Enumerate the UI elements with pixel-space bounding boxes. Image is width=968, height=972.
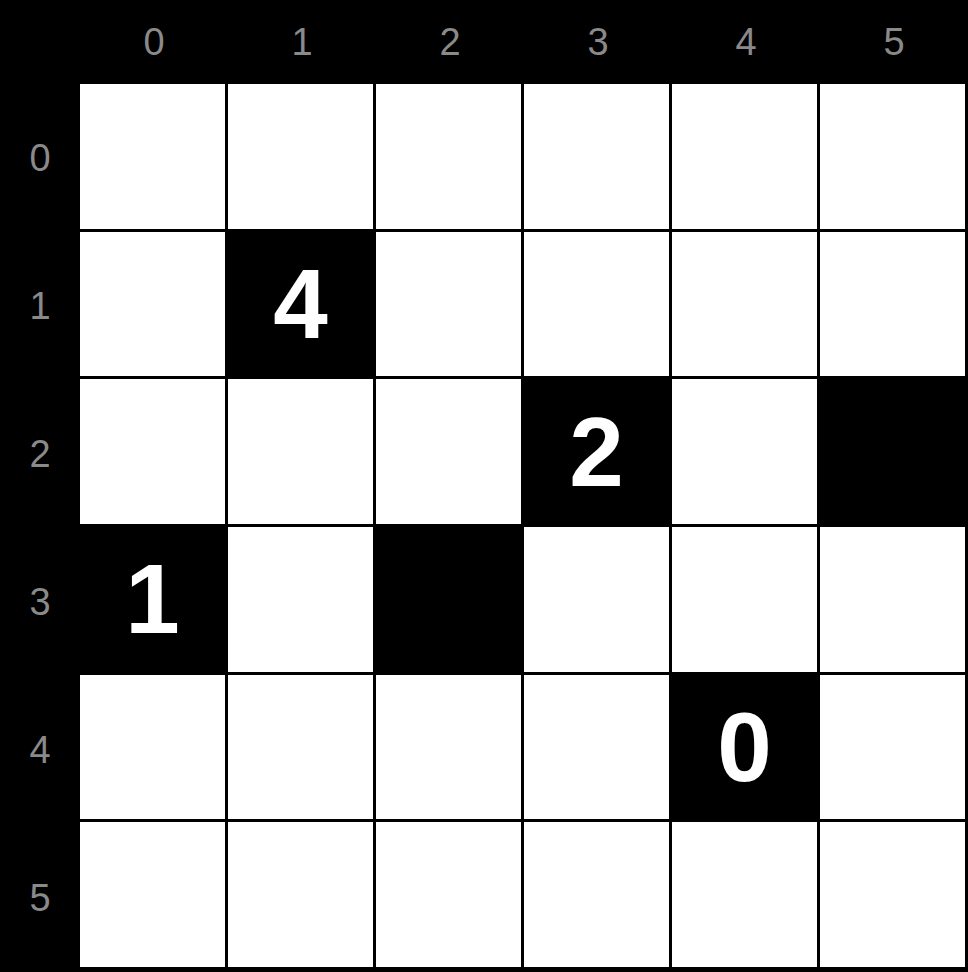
empty-cell[interactable]	[820, 822, 965, 967]
empty-cell[interactable]	[376, 675, 521, 820]
wall-cell-numbered: 2	[524, 379, 669, 524]
empty-cell[interactable]	[376, 84, 521, 229]
row-label-5: 5	[0, 824, 80, 972]
empty-cell[interactable]	[672, 527, 817, 672]
empty-cell[interactable]	[524, 675, 669, 820]
wall-number: 1	[125, 550, 180, 648]
empty-cell[interactable]	[228, 822, 373, 967]
row-label-3: 3	[0, 528, 80, 676]
wall-cell-numbered: 1	[80, 527, 225, 672]
col-label-0: 0	[80, 0, 228, 84]
empty-cell[interactable]	[228, 379, 373, 524]
empty-cell[interactable]	[672, 379, 817, 524]
wall-cell-numbered: 4	[228, 232, 373, 377]
col-label-2: 2	[376, 0, 524, 84]
empty-cell[interactable]	[228, 84, 373, 229]
empty-cell[interactable]	[672, 822, 817, 967]
board-grid: 4210	[80, 84, 968, 972]
wall-number: 0	[717, 698, 772, 796]
row-labels: 012345	[0, 84, 80, 972]
empty-cell[interactable]	[524, 232, 669, 377]
empty-cell[interactable]	[524, 822, 669, 967]
empty-cell[interactable]	[228, 527, 373, 672]
corner-spacer	[0, 0, 80, 84]
empty-cell[interactable]	[820, 675, 965, 820]
wall-cell-numbered: 0	[672, 675, 817, 820]
wall-number: 2	[569, 403, 624, 501]
wall-number: 4	[273, 255, 328, 353]
empty-cell[interactable]	[524, 84, 669, 229]
col-label-3: 3	[524, 0, 672, 84]
empty-cell[interactable]	[820, 232, 965, 377]
empty-cell[interactable]	[820, 84, 965, 229]
empty-cell[interactable]	[376, 822, 521, 967]
empty-cell[interactable]	[80, 379, 225, 524]
empty-cell[interactable]	[820, 527, 965, 672]
empty-cell[interactable]	[228, 675, 373, 820]
empty-cell[interactable]	[80, 232, 225, 377]
empty-cell[interactable]	[80, 84, 225, 229]
col-label-4: 4	[672, 0, 820, 84]
empty-cell[interactable]	[80, 822, 225, 967]
row-label-4: 4	[0, 676, 80, 824]
row-label-1: 1	[0, 232, 80, 380]
column-labels: 012345	[80, 0, 968, 84]
empty-cell[interactable]	[376, 232, 521, 377]
empty-cell[interactable]	[524, 527, 669, 672]
col-label-5: 5	[820, 0, 968, 84]
empty-cell[interactable]	[376, 379, 521, 524]
empty-cell[interactable]	[672, 84, 817, 229]
row-label-0: 0	[0, 84, 80, 232]
empty-cell[interactable]	[80, 675, 225, 820]
wall-cell	[376, 527, 521, 672]
empty-cell[interactable]	[672, 232, 817, 377]
wall-cell	[820, 379, 965, 524]
col-label-1: 1	[228, 0, 376, 84]
puzzle-screen: 012345 012345 4210	[0, 0, 968, 972]
row-label-2: 2	[0, 380, 80, 528]
